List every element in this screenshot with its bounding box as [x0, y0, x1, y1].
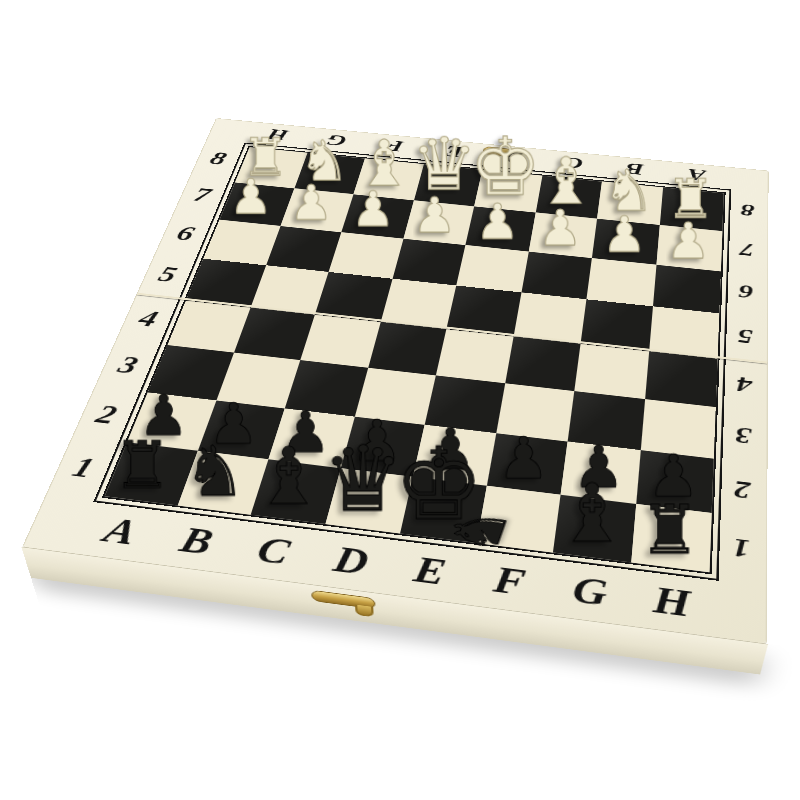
square-f1: ♞: [476, 486, 560, 553]
piece-black-king: ♚: [394, 435, 484, 535]
piece-white-pawn: ♟: [666, 216, 710, 265]
coordinate-label-4: 4: [720, 358, 767, 412]
piece-black-rook: ♜: [113, 433, 171, 498]
brass-clasp-hook: [355, 605, 374, 618]
piece-white-pawn: ♟: [602, 209, 646, 258]
square-d6: [392, 238, 465, 285]
piece-white-pawn: ♟: [290, 178, 333, 226]
coordinate-label-8: 8: [726, 189, 767, 232]
piece-white-pawn: ♟: [413, 191, 457, 240]
coordinate-label-1: 1: [714, 516, 766, 583]
square-f6: [521, 251, 592, 299]
piece-black-queen: ♛: [323, 435, 404, 526]
coordinate-label-7: 7: [725, 228, 768, 273]
photo-background: HGFEDCBA 87654321 87654321 ABCDEFGH ♜♞♝♛…: [0, 0, 800, 800]
square-b4: [234, 308, 315, 360]
square-g7: ♟: [592, 219, 660, 265]
square-h6: [652, 264, 720, 313]
square-d4: [368, 322, 447, 375]
chess-box: HGFEDCBA 87654321 87654321 ABCDEFGH ♜♞♝♛…: [23, 119, 767, 644]
piece-white-pawn: ♟: [538, 203, 582, 252]
square-d7: ♟: [403, 200, 474, 245]
piece-white-pawn: ♟: [351, 185, 394, 233]
square-h7: ♟: [656, 225, 722, 271]
coordinate-label-g: G: [546, 556, 633, 625]
coordinate-label-5: 5: [722, 312, 767, 363]
square-c4: [300, 315, 380, 368]
square-g1: ♝: [553, 495, 636, 562]
square-h1: ♜: [631, 504, 712, 572]
board-wood: HGFEDCBA 87654321 87654321 ABCDEFGH ♜♞♝♛…: [23, 119, 767, 644]
square-e7: ♟: [465, 206, 535, 251]
square-c6: [329, 232, 404, 279]
square-e6: [456, 245, 528, 293]
square-e1: ♚: [400, 477, 486, 543]
piece-black-rook: ♜: [640, 496, 700, 563]
square-g6: [586, 258, 656, 307]
piece-white-pawn: ♟: [475, 197, 519, 246]
square-e4: [436, 329, 513, 383]
piece-black-pawn: ♟: [498, 430, 550, 487]
coordinate-label-2: 2: [716, 460, 766, 522]
square-h4: [645, 351, 718, 407]
square-c7: ♟: [341, 194, 413, 238]
piece-black-knight: ♞: [184, 437, 246, 506]
square-f4: [505, 336, 581, 391]
square-g4: [574, 344, 648, 399]
piece-black-bishop: ♝: [556, 473, 628, 554]
coordinate-label-3: 3: [718, 407, 767, 465]
coordinate-label-6: 6: [723, 268, 767, 316]
piece-black-bishop: ♝: [253, 437, 324, 516]
piece-white-pawn: ♟: [229, 172, 272, 220]
square-f7: ♟: [528, 212, 597, 257]
